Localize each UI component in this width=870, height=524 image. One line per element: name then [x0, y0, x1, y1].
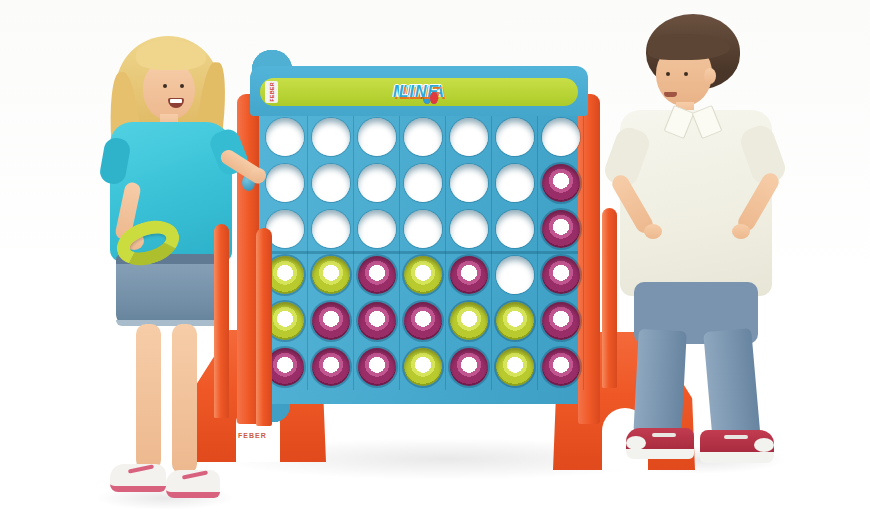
purple-ring-disc	[404, 302, 442, 340]
boy-right-sneaker	[700, 430, 774, 463]
girl-fringe	[136, 40, 206, 70]
board-cell-c3-r3[interactable]	[354, 206, 400, 252]
purple-ring-disc	[542, 164, 580, 202]
left-back-pole	[256, 228, 272, 426]
board-cell-c4-r6[interactable]	[400, 344, 446, 390]
green-ring-disc	[450, 302, 488, 340]
empty-slot	[312, 164, 350, 202]
feber-logo: FEBER	[265, 81, 278, 103]
board-cell-c7-r4[interactable]	[538, 252, 584, 298]
girl-left-leg	[136, 324, 161, 470]
boy-hand-left	[644, 224, 662, 239]
empty-slot	[358, 164, 396, 202]
boy-mouth	[664, 92, 677, 97]
green-ring-disc	[496, 302, 534, 340]
empty-slot	[312, 118, 350, 156]
title-banner: FEBER MEGA 4 IN LINE	[260, 78, 578, 106]
board-cell-c4-r5[interactable]	[400, 298, 446, 344]
purple-ring-disc	[312, 302, 350, 340]
girl-right-shoe-strap	[182, 470, 208, 479]
green-ring-disc	[496, 348, 534, 386]
empty-slot	[266, 164, 304, 202]
board-cell-c2-r1[interactable]	[308, 114, 354, 160]
feber-logo-text: FEBER	[269, 82, 275, 101]
empty-slot	[450, 118, 488, 156]
girl-right-shoe	[166, 470, 220, 498]
board-cell-c2-r6[interactable]	[308, 344, 354, 390]
empty-slot	[496, 164, 534, 202]
board-cell-c2-r3[interactable]	[308, 206, 354, 252]
board-cell-c6-r1[interactable]	[492, 114, 538, 160]
girl-reaching-hand	[250, 168, 266, 182]
empty-slot	[496, 210, 534, 248]
scene: FEBER FEBER FEBER MEGA 4 IN LINE	[0, 0, 870, 524]
boy-right-sneaker-strap	[724, 435, 748, 439]
purple-ring-disc	[542, 348, 580, 386]
boy-left-sneaker-toe	[626, 436, 646, 450]
purple-ring-disc	[542, 302, 580, 340]
board-cell-c1-r1[interactable]	[262, 114, 308, 160]
empty-slot	[266, 118, 304, 156]
boy-left-sneaker	[626, 428, 694, 459]
board-cell-c5-r6[interactable]	[446, 344, 492, 390]
purple-ring-disc	[542, 256, 580, 294]
board-cell-c7-r1[interactable]	[538, 114, 584, 160]
girl-shorts-hem	[116, 320, 222, 326]
board-cell-c6-r4[interactable]	[492, 252, 538, 298]
empty-slot	[358, 210, 396, 248]
boy-ear	[704, 68, 716, 84]
empty-slot	[496, 118, 534, 156]
board-cell-c4-r2[interactable]	[400, 160, 446, 206]
board-cell-c4-r1[interactable]	[400, 114, 446, 160]
empty-slot	[496, 256, 534, 294]
purple-ring-disc	[358, 256, 396, 294]
boy-jeans-right-leg	[703, 328, 761, 444]
board-cell-c4-r4[interactable]	[400, 252, 446, 298]
girl-teeth	[170, 99, 182, 103]
board-cell-c1-r2[interactable]	[262, 160, 308, 206]
empty-slot	[404, 164, 442, 202]
board-cell-c6-r3[interactable]	[492, 206, 538, 252]
board-cell-c2-r4[interactable]	[308, 252, 354, 298]
board-cell-c5-r4[interactable]	[446, 252, 492, 298]
left-front-pole	[214, 224, 229, 418]
board-cell-c5-r2[interactable]	[446, 160, 492, 206]
board-cell-c6-r2[interactable]	[492, 160, 538, 206]
empty-slot	[312, 210, 350, 248]
boy-right-eye	[684, 72, 688, 76]
purple-ring-disc	[542, 210, 580, 248]
girl-left-shoe-strap	[128, 464, 154, 473]
board-cell-c7-r6[interactable]	[538, 344, 584, 390]
board-cell-c6-r6[interactable]	[492, 344, 538, 390]
girl-left-shoe	[110, 464, 166, 492]
empty-slot	[404, 118, 442, 156]
board-cell-c3-r1[interactable]	[354, 114, 400, 160]
board-cell-c7-r3[interactable]	[538, 206, 584, 252]
board-cell-c3-r6[interactable]	[354, 344, 400, 390]
boy-jeans-left-leg	[633, 329, 687, 439]
board-cell-c3-r4[interactable]	[354, 252, 400, 298]
board-cell-c3-r2[interactable]	[354, 160, 400, 206]
empty-slot	[358, 118, 396, 156]
board-cell-c7-r5[interactable]	[538, 298, 584, 344]
board-cell-c3-r5[interactable]	[354, 298, 400, 344]
purple-ring-disc	[450, 348, 488, 386]
board-cell-c6-r5[interactable]	[492, 298, 538, 344]
boy-hand-right	[732, 224, 750, 239]
empty-slot	[450, 210, 488, 248]
purple-ring-disc	[358, 348, 396, 386]
boy-left-eye	[666, 72, 670, 76]
empty-slot	[450, 164, 488, 202]
board-cell-c2-r2[interactable]	[308, 160, 354, 206]
green-ring-disc	[404, 348, 442, 386]
board-cell-c2-r5[interactable]	[308, 298, 354, 344]
girl-right-leg	[172, 324, 197, 474]
purple-ring-disc	[312, 348, 350, 386]
right-pole	[602, 208, 617, 388]
board-cell-c7-r2[interactable]	[538, 160, 584, 206]
boy-right-sneaker-toe	[754, 438, 774, 452]
girl-right-eye	[180, 84, 184, 88]
board-grid	[262, 114, 584, 390]
girl-left-eye	[163, 84, 167, 88]
board-cell-c4-r3[interactable]	[400, 206, 446, 252]
empty-slot	[404, 210, 442, 248]
left-leg-feber-emboss: FEBER	[238, 432, 267, 439]
purple-ring-disc	[450, 256, 488, 294]
green-ring-disc	[404, 256, 442, 294]
boy-fringe	[648, 34, 730, 60]
board-cell-c5-r5[interactable]	[446, 298, 492, 344]
red-ring-icon	[430, 92, 438, 104]
empty-slot	[542, 118, 580, 156]
board-cell-c5-r1[interactable]	[446, 114, 492, 160]
purple-ring-disc	[358, 302, 396, 340]
boy-left-sneaker-strap	[652, 433, 676, 437]
green-ring-disc	[312, 256, 350, 294]
board-cell-c5-r3[interactable]	[446, 206, 492, 252]
